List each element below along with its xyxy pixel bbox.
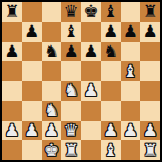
piece-white-bishop[interactable]: ♝ <box>123 62 138 79</box>
square-d5[interactable] <box>61 61 81 81</box>
square-d8[interactable]: ♛ <box>61 2 81 22</box>
square-c2[interactable]: ♟ <box>42 121 62 141</box>
piece-white-knight[interactable]: ♞ <box>44 102 59 119</box>
square-c5[interactable] <box>42 61 62 81</box>
square-c6[interactable]: ♞ <box>42 42 62 62</box>
square-f4[interactable] <box>101 81 121 101</box>
square-e8[interactable]: ♚ <box>81 2 101 22</box>
piece-white-pawn[interactable]: ♟ <box>143 121 158 138</box>
piece-black-pawn[interactable]: ♟ <box>64 42 79 59</box>
square-e7[interactable] <box>81 22 101 42</box>
square-a6[interactable]: ♟ <box>2 42 22 62</box>
square-f2[interactable]: ♟ <box>101 121 121 141</box>
square-e6[interactable]: ♟ <box>81 42 101 62</box>
piece-black-rook[interactable]: ♜ <box>4 3 19 20</box>
piece-black-queen[interactable]: ♛ <box>64 3 79 20</box>
chess-board: ♜♛♚♝♜♟♝♟♟♟♟♞♟♟♞♝♞♟♞♟♟♟♛♟♟♟♚♜♝♜ <box>2 2 160 160</box>
square-g7[interactable]: ♟ <box>121 22 141 42</box>
piece-white-pawn[interactable]: ♟ <box>123 121 138 138</box>
chess-board-frame: ♜♛♚♝♜♟♝♟♟♟♟♞♟♟♞♝♞♟♞♟♟♟♛♟♟♟♚♜♝♜ <box>0 0 162 162</box>
square-a3[interactable] <box>2 101 22 121</box>
square-d7[interactable]: ♝ <box>61 22 81 42</box>
piece-white-king[interactable]: ♚ <box>44 141 59 158</box>
square-h2[interactable]: ♟ <box>140 121 160 141</box>
square-a8[interactable]: ♜ <box>2 2 22 22</box>
square-h4[interactable] <box>140 81 160 101</box>
piece-black-knight[interactable]: ♞ <box>103 42 118 59</box>
square-h1[interactable]: ♜ <box>140 140 160 160</box>
piece-white-rook[interactable]: ♜ <box>143 141 158 158</box>
piece-black-pawn[interactable]: ♟ <box>4 42 19 59</box>
square-e5[interactable] <box>81 61 101 81</box>
piece-white-bishop[interactable]: ♝ <box>103 141 118 158</box>
piece-black-bishop[interactable]: ♝ <box>64 23 79 40</box>
piece-white-pawn[interactable]: ♟ <box>4 121 19 138</box>
square-a1[interactable] <box>2 140 22 160</box>
square-h7[interactable]: ♟ <box>140 22 160 42</box>
square-b3[interactable] <box>22 101 42 121</box>
piece-black-pawn[interactable]: ♟ <box>83 42 98 59</box>
square-g6[interactable] <box>121 42 141 62</box>
square-b1[interactable] <box>22 140 42 160</box>
square-c1[interactable]: ♚ <box>42 140 62 160</box>
square-b2[interactable]: ♟ <box>22 121 42 141</box>
square-h3[interactable] <box>140 101 160 121</box>
square-h8[interactable]: ♜ <box>140 2 160 22</box>
square-f6[interactable]: ♞ <box>101 42 121 62</box>
square-g1[interactable] <box>121 140 141 160</box>
square-e4[interactable]: ♟ <box>81 81 101 101</box>
square-c8[interactable] <box>42 2 62 22</box>
square-f7[interactable]: ♟ <box>101 22 121 42</box>
square-b5[interactable] <box>22 61 42 81</box>
piece-white-knight[interactable]: ♞ <box>64 82 79 99</box>
square-h6[interactable] <box>140 42 160 62</box>
square-g4[interactable] <box>121 81 141 101</box>
square-g8[interactable] <box>121 2 141 22</box>
piece-black-pawn[interactable]: ♟ <box>143 23 158 40</box>
piece-black-rook[interactable]: ♜ <box>143 3 158 20</box>
square-a2[interactable]: ♟ <box>2 121 22 141</box>
piece-black-king[interactable]: ♚ <box>83 3 98 20</box>
square-h5[interactable] <box>140 61 160 81</box>
square-b6[interactable] <box>22 42 42 62</box>
square-d4[interactable]: ♞ <box>61 81 81 101</box>
square-a5[interactable] <box>2 61 22 81</box>
piece-black-bishop[interactable]: ♝ <box>103 3 118 20</box>
square-b7[interactable]: ♟ <box>22 22 42 42</box>
square-b8[interactable] <box>22 2 42 22</box>
square-a4[interactable] <box>2 81 22 101</box>
square-e3[interactable] <box>81 101 101 121</box>
piece-white-queen[interactable]: ♛ <box>64 121 79 138</box>
square-g2[interactable]: ♟ <box>121 121 141 141</box>
piece-black-pawn[interactable]: ♟ <box>103 23 118 40</box>
piece-white-rook[interactable]: ♜ <box>64 141 79 158</box>
square-c3[interactable]: ♞ <box>42 101 62 121</box>
square-f8[interactable]: ♝ <box>101 2 121 22</box>
square-d3[interactable] <box>61 101 81 121</box>
square-c4[interactable] <box>42 81 62 101</box>
piece-black-knight[interactable]: ♞ <box>44 42 59 59</box>
square-f5[interactable] <box>101 61 121 81</box>
square-b4[interactable] <box>22 81 42 101</box>
piece-white-pawn[interactable]: ♟ <box>24 121 39 138</box>
square-f3[interactable] <box>101 101 121 121</box>
square-f1[interactable]: ♝ <box>101 140 121 160</box>
square-e1[interactable] <box>81 140 101 160</box>
square-d6[interactable]: ♟ <box>61 42 81 62</box>
piece-black-pawn[interactable]: ♟ <box>123 23 138 40</box>
square-c7[interactable] <box>42 22 62 42</box>
piece-black-pawn[interactable]: ♟ <box>24 23 39 40</box>
square-d2[interactable]: ♛ <box>61 121 81 141</box>
square-a7[interactable] <box>2 22 22 42</box>
piece-white-pawn[interactable]: ♟ <box>44 121 59 138</box>
piece-white-pawn[interactable]: ♟ <box>103 121 118 138</box>
square-g3[interactable] <box>121 101 141 121</box>
square-d1[interactable]: ♜ <box>61 140 81 160</box>
square-e2[interactable] <box>81 121 101 141</box>
piece-white-pawn[interactable]: ♟ <box>83 82 98 99</box>
square-g5[interactable]: ♝ <box>121 61 141 81</box>
